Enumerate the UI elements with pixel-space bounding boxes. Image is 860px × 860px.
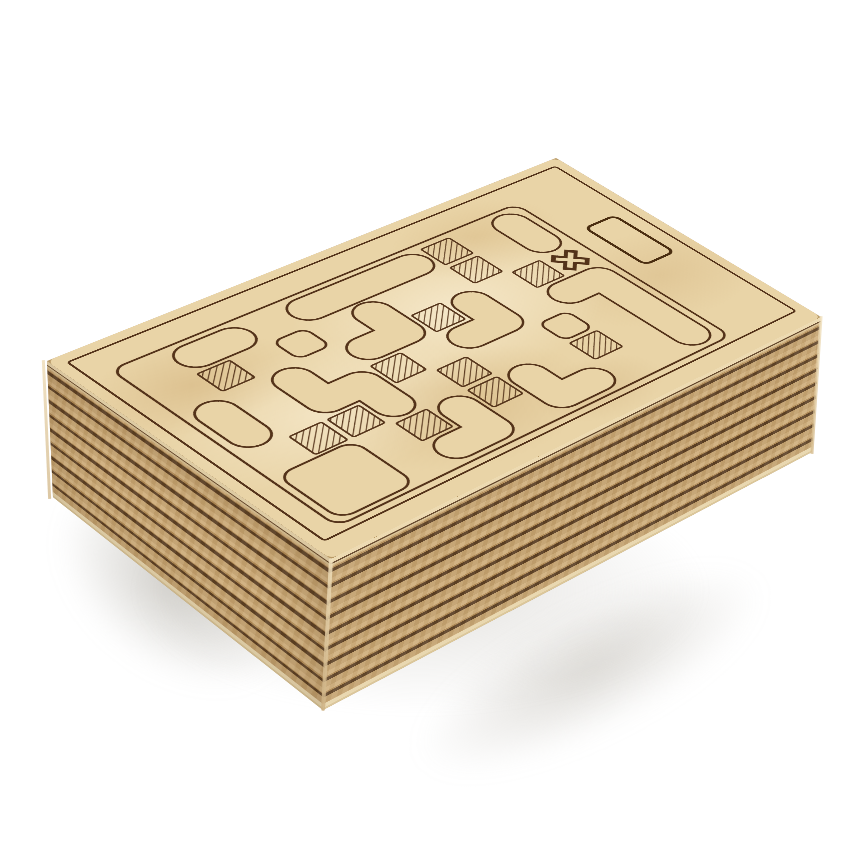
wall-island [512, 224, 541, 242]
entry-slot [585, 216, 674, 265]
wall-island [272, 328, 330, 359]
wall-island [218, 413, 249, 434]
goal-x-marker [551, 250, 589, 270]
wall-island [530, 360, 594, 396]
wall-island [338, 313, 404, 348]
wall-island [308, 265, 413, 309]
wall-block [277, 441, 416, 520]
scene [0, 0, 860, 860]
wall-island [196, 339, 234, 355]
